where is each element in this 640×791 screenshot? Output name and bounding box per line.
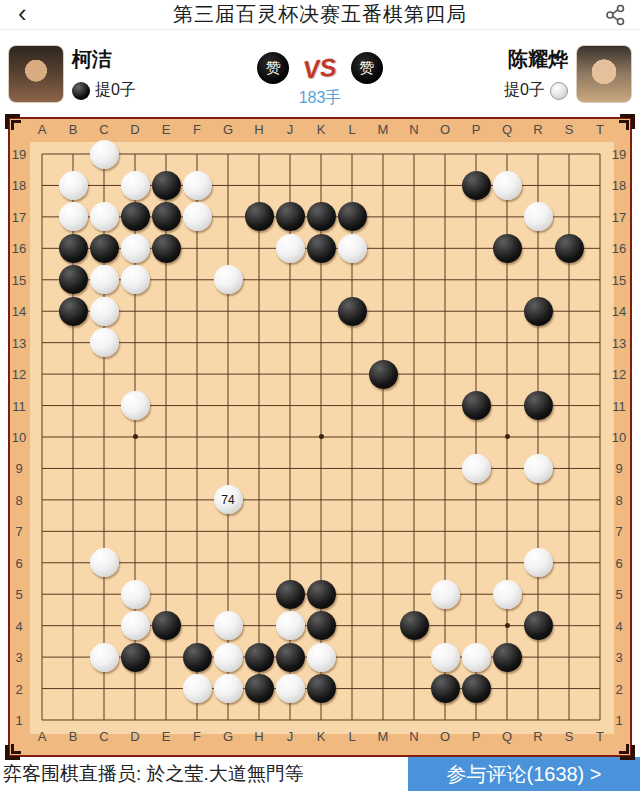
coord-label: 10 [11, 429, 27, 444]
frame-corner-icon [5, 745, 20, 760]
player-bar: 柯洁 提0子 赞 VS 赞 183手 陈耀烨 提0子 [0, 30, 640, 117]
stone-white-C15 [90, 265, 119, 294]
stone-white-R6 [524, 548, 553, 577]
coord-label: 13 [11, 335, 27, 350]
coord-label: L [348, 729, 355, 744]
stone-white-F18 [183, 171, 212, 200]
coord-label: C [99, 122, 108, 137]
black-player-name: 柯洁 [72, 46, 136, 73]
stone-white-O5 [431, 580, 460, 609]
stone-white-C17 [90, 202, 119, 231]
coord-label: 14 [611, 304, 627, 319]
coord-label: 2 [11, 681, 27, 696]
stone-black-R11 [524, 391, 553, 420]
coord-label: Q [502, 729, 512, 744]
stone-black-K4 [307, 611, 336, 640]
broadcast-text: 弈客围棋直播员: 於之莹.大道無門等 [0, 757, 408, 791]
stone-white-P9 [462, 454, 491, 483]
coord-label: 4 [611, 618, 627, 633]
stone-black-E4 [152, 611, 181, 640]
page-title: 第三届百灵杯决赛五番棋第四局 [173, 1, 467, 28]
player-black: 柯洁 提0子 [8, 45, 136, 103]
coord-label: T [596, 729, 604, 744]
white-captures: 提0子 [504, 80, 545, 101]
coord-label: L [348, 122, 355, 137]
stone-white-R17 [524, 202, 553, 231]
stone-white-G4 [214, 611, 243, 640]
stone-black-H3 [245, 643, 274, 672]
coord-label: A [38, 122, 47, 137]
coord-label: K [317, 122, 326, 137]
coord-label: O [440, 729, 450, 744]
like-seal-right: 赞 [351, 52, 383, 84]
stone-black-P18 [462, 171, 491, 200]
stone-black-J5 [276, 580, 305, 609]
coord-label: 19 [11, 147, 27, 162]
coord-label: E [162, 122, 171, 137]
stone-black-P11 [462, 391, 491, 420]
match-center: 赞 VS 赞 183手 [257, 52, 382, 109]
coord-label: R [533, 122, 542, 137]
stone-black-B14 [59, 297, 88, 326]
stone-black-K16 [307, 234, 336, 263]
stone-white-D11 [121, 391, 150, 420]
stone-black-N4 [400, 611, 429, 640]
coord-label: 14 [11, 304, 27, 319]
stone-white-Q5 [493, 580, 522, 609]
white-player-name: 陈耀烨 [508, 46, 568, 73]
frame-corner-icon [5, 114, 20, 129]
frame-corner-icon [620, 114, 635, 129]
stone-black-D17 [121, 202, 150, 231]
coord-label: 1 [11, 712, 27, 727]
coord-label: 19 [611, 147, 627, 162]
stone-white-Q18 [493, 171, 522, 200]
frame-corner-icon [620, 745, 635, 760]
coord-label: 17 [611, 209, 627, 224]
coord-label: K [317, 729, 326, 744]
stone-white-O3 [431, 643, 460, 672]
coord-label: 12 [611, 367, 627, 382]
stone-white-F17 [183, 202, 212, 231]
coord-label: 16 [11, 241, 27, 256]
coord-label: 2 [611, 681, 627, 696]
coord-label: H [254, 122, 263, 137]
coord-label: 4 [11, 618, 27, 633]
stone-black-M12 [369, 360, 398, 389]
stone-black-D3 [121, 643, 150, 672]
go-review-app: ‹ 第三届百灵杯决赛五番棋第四局 柯洁 提0子 赞 [0, 0, 640, 791]
coord-label: M [378, 122, 389, 137]
coord-label: G [223, 122, 233, 137]
coord-label: D [130, 122, 139, 137]
stone-black-B15 [59, 265, 88, 294]
coord-label: 11 [11, 398, 27, 413]
coord-label: T [596, 122, 604, 137]
stone-white-D4 [121, 611, 150, 640]
coord-label: 15 [611, 272, 627, 287]
stone-black-F3 [183, 643, 212, 672]
stone-white-C3 [90, 643, 119, 672]
stone-black-Q16 [493, 234, 522, 263]
stone-black-E17 [152, 202, 181, 231]
coord-label: 9 [11, 461, 27, 476]
stone-white-P3 [462, 643, 491, 672]
coord-label: 1 [611, 712, 627, 727]
stone-white-J4 [276, 611, 305, 640]
stone-black-L14 [338, 297, 367, 326]
star-point [505, 623, 510, 628]
stone-white-D16 [121, 234, 150, 263]
coord-label: B [69, 729, 78, 744]
coord-label: 3 [611, 650, 627, 665]
vs-label: VS [302, 52, 338, 84]
footer-bar: 弈客围棋直播员: 於之莹.大道無門等 参与评论(1638) > [0, 757, 640, 791]
stone-white-G2 [214, 674, 243, 703]
stone-black-P2 [462, 674, 491, 703]
coord-label: 6 [11, 555, 27, 570]
share-icon[interactable] [604, 3, 628, 27]
go-board[interactable]: AABBCCDDEEFFGGHHJJKKLLMMNNOOPPQQRRSSTT19… [8, 117, 632, 757]
coord-label: 16 [611, 241, 627, 256]
coord-label: 6 [611, 555, 627, 570]
stone-white-D5 [121, 580, 150, 609]
comment-button[interactable]: 参与评论(1638) > [408, 757, 640, 791]
coord-label: C [99, 729, 108, 744]
stone-white-K3 [307, 643, 336, 672]
black-stone-icon [72, 82, 90, 100]
coord-label: N [409, 122, 418, 137]
stone-white-L16 [338, 234, 367, 263]
coord-label: J [287, 122, 294, 137]
coord-label: Q [502, 122, 512, 137]
stone-white-G8: 74 [214, 485, 243, 514]
coord-label: 5 [611, 587, 627, 602]
stone-black-K17 [307, 202, 336, 231]
coord-label: 18 [611, 178, 627, 193]
coord-label: B [69, 122, 78, 137]
stone-black-K5 [307, 580, 336, 609]
stone-white-C19 [90, 140, 119, 169]
stone-black-L17 [338, 202, 367, 231]
stone-white-B18 [59, 171, 88, 200]
coord-label: J [287, 729, 294, 744]
coord-label: 8 [611, 492, 627, 507]
stone-white-G15 [214, 265, 243, 294]
coord-label: 10 [611, 429, 627, 444]
coord-label: F [193, 729, 201, 744]
stone-black-R14 [524, 297, 553, 326]
coord-label: 3 [11, 650, 27, 665]
stone-black-J3 [276, 643, 305, 672]
player-white: 陈耀烨 提0子 [504, 45, 632, 103]
coord-label: M [378, 729, 389, 744]
coord-label: 12 [11, 367, 27, 382]
stone-white-R9 [524, 454, 553, 483]
stone-white-F2 [183, 674, 212, 703]
move-count: 183手 [299, 88, 342, 109]
coord-label: 8 [11, 492, 27, 507]
back-button[interactable]: ‹ [18, 0, 27, 28]
coord-label: S [565, 729, 574, 744]
stone-white-C6 [90, 548, 119, 577]
coord-label: 17 [11, 209, 27, 224]
stone-black-H17 [245, 202, 274, 231]
stone-black-E18 [152, 171, 181, 200]
stone-white-D15 [121, 265, 150, 294]
coord-label: S [565, 122, 574, 137]
coord-label: 7 [611, 524, 627, 539]
coord-label: 13 [611, 335, 627, 350]
stone-white-J16 [276, 234, 305, 263]
stone-black-S16 [555, 234, 584, 263]
coord-label: P [472, 122, 481, 137]
stone-black-K2 [307, 674, 336, 703]
stone-white-C14 [90, 297, 119, 326]
white-stone-icon [550, 82, 568, 100]
coord-label: H [254, 729, 263, 744]
stone-black-H2 [245, 674, 274, 703]
black-captures: 提0子 [95, 80, 136, 101]
coord-label: D [130, 729, 139, 744]
stone-white-D18 [121, 171, 150, 200]
coord-label: 5 [11, 587, 27, 602]
avatar-black-player[interactable] [8, 45, 64, 103]
stone-white-C13 [90, 328, 119, 357]
stone-black-B16 [59, 234, 88, 263]
coord-label: N [409, 729, 418, 744]
stone-black-Q3 [493, 643, 522, 672]
stone-black-R4 [524, 611, 553, 640]
stone-white-G3 [214, 643, 243, 672]
stone-white-J2 [276, 674, 305, 703]
stone-black-E16 [152, 234, 181, 263]
coord-label: 15 [11, 272, 27, 287]
coord-label: E [162, 729, 171, 744]
coord-label: 9 [611, 461, 627, 476]
coord-label: A [38, 729, 47, 744]
coord-label: O [440, 122, 450, 137]
coord-label: R [533, 729, 542, 744]
stone-black-J17 [276, 202, 305, 231]
coord-label: F [193, 122, 201, 137]
stone-black-O2 [431, 674, 460, 703]
board-area: AABBCCDDEEFFGGHHJJKKLLMMNNOOPPQQRRSSTT19… [0, 117, 640, 757]
coord-label: G [223, 729, 233, 744]
coord-label: P [472, 729, 481, 744]
header-bar: ‹ 第三届百灵杯决赛五番棋第四局 [0, 0, 640, 30]
stone-white-B17 [59, 202, 88, 231]
avatar-white-player[interactable] [576, 45, 632, 103]
like-seal-left: 赞 [257, 52, 289, 84]
coord-label: 7 [11, 524, 27, 539]
coord-label: 18 [11, 178, 27, 193]
coord-label: 11 [611, 398, 627, 413]
stone-black-C16 [90, 234, 119, 263]
move-number-label: 74 [221, 493, 234, 507]
